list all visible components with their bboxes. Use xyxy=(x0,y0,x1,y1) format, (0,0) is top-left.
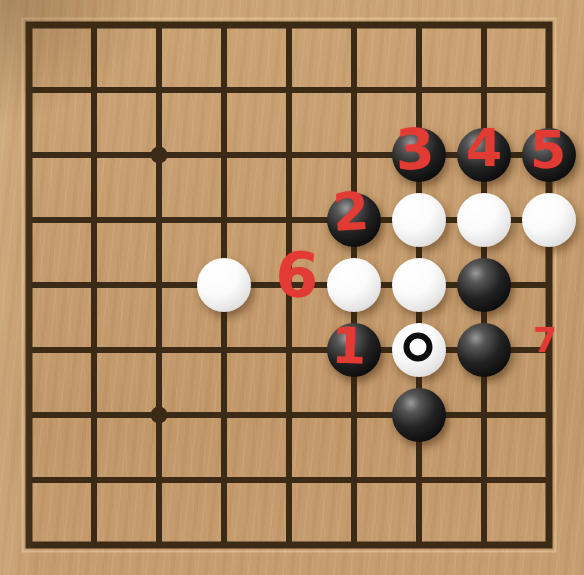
black-stone-c6r4[interactable] xyxy=(327,193,381,247)
black-stone-c6r6[interactable] xyxy=(327,323,381,377)
white-stone-c6r5[interactable] xyxy=(327,258,381,312)
go-board-diagram[interactable]: 1234567 xyxy=(0,0,584,575)
black-stone-c8r6[interactable] xyxy=(457,323,511,377)
black-stone-c7r7[interactable] xyxy=(392,388,446,442)
black-stone-c7r3[interactable] xyxy=(392,128,446,182)
circle-marker-icon xyxy=(404,333,433,362)
black-stone-c9r3[interactable] xyxy=(522,128,576,182)
white-stone-c7r5[interactable] xyxy=(392,258,446,312)
black-stone-c8r5[interactable] xyxy=(457,258,511,312)
white-stone-c8r4[interactable] xyxy=(457,193,511,247)
black-stone-c8r3[interactable] xyxy=(457,128,511,182)
stones-layer xyxy=(0,0,584,575)
white-stone-c7r4[interactable] xyxy=(392,193,446,247)
white-stone-c4r5[interactable] xyxy=(197,258,251,312)
white-stone-c9r4[interactable] xyxy=(522,193,576,247)
